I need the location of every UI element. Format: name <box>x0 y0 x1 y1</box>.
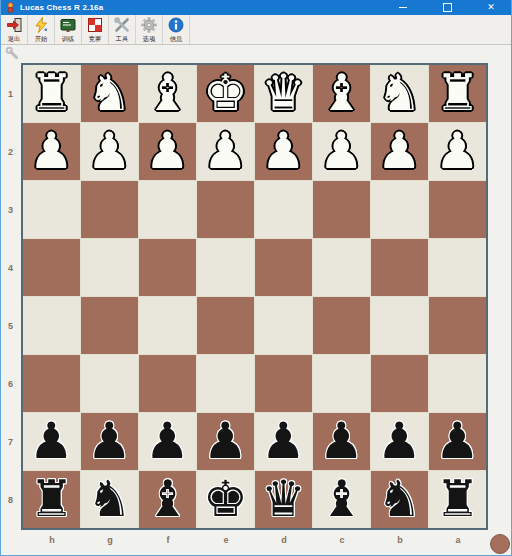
black-pawn-piece[interactable]: ♟ <box>435 413 480 470</box>
square-e8[interactable]: ♚ <box>197 471 254 528</box>
rank-label-2: 2 <box>1 123 20 181</box>
square-b2[interactable]: ♟ <box>371 123 428 180</box>
white-knight-piece[interactable]: ♞ <box>87 65 132 122</box>
square-f4[interactable] <box>139 239 196 296</box>
maximize-icon <box>443 3 452 12</box>
rank-label-3: 3 <box>1 181 20 239</box>
info-icon <box>168 17 184 33</box>
white-knight-piece[interactable]: ♞ <box>377 65 422 122</box>
square-h4[interactable] <box>23 239 80 296</box>
square-g7[interactable]: ♟ <box>81 413 138 470</box>
square-e5[interactable] <box>197 297 254 354</box>
toolbar-button-label: 竞赛 <box>89 35 102 44</box>
toolbar-button-7[interactable]: 信息 <box>163 15 190 44</box>
square-c7[interactable]: ♟ <box>313 413 370 470</box>
black-pawn-piece[interactable]: ♟ <box>319 413 364 470</box>
toolbar-button-3[interactable]: 训练 <box>55 15 82 44</box>
square-g5[interactable] <box>81 297 138 354</box>
square-g6[interactable] <box>81 355 138 412</box>
square-b1[interactable]: ♞ <box>371 65 428 122</box>
rank-label-6: 6 <box>1 355 20 413</box>
square-f5[interactable] <box>139 297 196 354</box>
minimize-button[interactable] <box>381 0 425 15</box>
turn-indicator-circle[interactable] <box>490 534 510 554</box>
main-toolbar: 退出开始训练竞赛工具选项信息 <box>1 15 512 45</box>
white-pawn-piece[interactable]: ♟ <box>203 123 248 180</box>
square-a2[interactable]: ♟ <box>429 123 486 180</box>
square-a8[interactable]: ♜ <box>429 471 486 528</box>
white-pawn-piece[interactable]: ♟ <box>377 123 422 180</box>
rank-label-7: 7 <box>1 413 20 471</box>
square-h1[interactable]: ♜ <box>23 65 80 122</box>
close-button[interactable]: ✕ <box>469 0 512 15</box>
file-label-d: d <box>255 532 313 548</box>
white-pawn-piece[interactable]: ♟ <box>145 123 190 180</box>
toolbar-button-4[interactable]: 竞赛 <box>82 15 109 44</box>
toolbar-button-label: 开始 <box>35 35 48 44</box>
toolbar-button-2[interactable]: 开始 <box>28 15 55 44</box>
square-f8[interactable]: ♝ <box>139 471 196 528</box>
white-bishop-piece[interactable]: ♝ <box>145 65 190 122</box>
white-king-piece[interactable]: ♚ <box>203 65 248 122</box>
minimize-icon <box>399 7 407 8</box>
rank-label-5: 5 <box>1 297 20 355</box>
square-e1[interactable]: ♚ <box>197 65 254 122</box>
exit-door-icon <box>6 17 22 33</box>
gear-icon <box>141 17 157 33</box>
file-label-h: h <box>23 532 81 548</box>
black-queen-piece[interactable]: ♛ <box>261 471 306 528</box>
competition-checker-icon <box>87 17 103 33</box>
start-flash-icon <box>33 17 49 33</box>
file-label-f: f <box>139 532 197 548</box>
white-rook-piece[interactable]: ♜ <box>435 65 480 122</box>
white-pawn-piece[interactable]: ♟ <box>29 123 74 180</box>
square-c1[interactable]: ♝ <box>313 65 370 122</box>
square-a4[interactable] <box>429 239 486 296</box>
square-a6[interactable] <box>429 355 486 412</box>
square-g2[interactable]: ♟ <box>81 123 138 180</box>
square-c2[interactable]: ♟ <box>313 123 370 180</box>
black-pawn-piece[interactable]: ♟ <box>377 413 422 470</box>
square-a1[interactable]: ♜ <box>429 65 486 122</box>
file-label-e: e <box>197 532 255 548</box>
toolbar-button-1[interactable]: 退出 <box>1 15 28 44</box>
lucas-chess-window: Lucas Chess R 2.16a ✕ 退出开始训练竞赛工具选项信息 ♜♞♝… <box>0 0 512 556</box>
toolbar-button-label: 退出 <box>8 35 21 44</box>
square-d8[interactable]: ♛ <box>255 471 312 528</box>
square-a3[interactable] <box>429 181 486 238</box>
black-pawn-piece[interactable]: ♟ <box>87 413 132 470</box>
square-e6[interactable] <box>197 355 254 412</box>
black-pawn-piece[interactable]: ♟ <box>145 413 190 470</box>
square-c6[interactable] <box>313 355 370 412</box>
square-f7[interactable]: ♟ <box>139 413 196 470</box>
file-label-b: b <box>371 532 429 548</box>
square-f2[interactable]: ♟ <box>139 123 196 180</box>
square-c4[interactable] <box>313 239 370 296</box>
rank-label-4: 4 <box>1 239 20 297</box>
toolbar-button-label: 选项 <box>143 35 156 44</box>
square-d7[interactable]: ♟ <box>255 413 312 470</box>
black-king-piece[interactable]: ♚ <box>203 471 248 528</box>
square-f3[interactable] <box>139 181 196 238</box>
black-pawn-piece[interactable]: ♟ <box>203 413 248 470</box>
square-b7[interactable]: ♟ <box>371 413 428 470</box>
white-queen-piece[interactable]: ♛ <box>261 65 306 122</box>
rank-label-8: 8 <box>1 471 20 529</box>
square-h5[interactable] <box>23 297 80 354</box>
square-h7[interactable]: ♟ <box>23 413 80 470</box>
file-label-c: c <box>313 532 371 548</box>
square-c8[interactable]: ♝ <box>313 471 370 528</box>
chess-board-frame: ♜♞♝♚♛♝♞♜♟♟♟♟♟♟♟♟♟♟♟♟♟♟♟♟♜♞♝♚♛♝♞♜ <box>21 63 488 530</box>
square-g4[interactable] <box>81 239 138 296</box>
white-pawn-piece[interactable]: ♟ <box>319 123 364 180</box>
square-d2[interactable]: ♟ <box>255 123 312 180</box>
square-d1[interactable]: ♛ <box>255 65 312 122</box>
square-e4[interactable] <box>197 239 254 296</box>
file-label-a: a <box>429 532 487 548</box>
square-e3[interactable] <box>197 181 254 238</box>
square-h2[interactable]: ♟ <box>23 123 80 180</box>
tools-crossed-icon <box>114 17 130 33</box>
square-g3[interactable] <box>81 181 138 238</box>
square-f6[interactable] <box>139 355 196 412</box>
window-controls: ✕ <box>381 0 512 15</box>
training-chalkboard-icon <box>60 17 76 33</box>
square-e2[interactable]: ♟ <box>197 123 254 180</box>
toolbar-button-5[interactable]: 工具 <box>109 15 136 44</box>
square-a5[interactable] <box>429 297 486 354</box>
square-d4[interactable] <box>255 239 312 296</box>
chess-board: ♜♞♝♚♛♝♞♜♟♟♟♟♟♟♟♟♟♟♟♟♟♟♟♟♜♞♝♚♛♝♞♜ <box>23 65 486 528</box>
white-pawn-piece[interactable]: ♟ <box>435 123 480 180</box>
black-knight-piece[interactable]: ♞ <box>377 471 422 528</box>
square-b8[interactable]: ♞ <box>371 471 428 528</box>
black-bishop-piece[interactable]: ♝ <box>319 471 364 528</box>
board-config-wrench-icon[interactable] <box>5 46 19 60</box>
white-pawn-piece[interactable]: ♟ <box>261 123 306 180</box>
square-d3[interactable] <box>255 181 312 238</box>
square-d6[interactable] <box>255 355 312 412</box>
file-label-g: g <box>81 532 139 548</box>
black-rook-piece[interactable]: ♜ <box>29 471 74 528</box>
square-c5[interactable] <box>313 297 370 354</box>
board-panel: ♜♞♝♚♛♝♞♜♟♟♟♟♟♟♟♟♟♟♟♟♟♟♟♟♜♞♝♚♛♝♞♜ 1234567… <box>1 45 512 556</box>
square-b4[interactable] <box>371 239 428 296</box>
square-h6[interactable] <box>23 355 80 412</box>
black-pawn-piece[interactable]: ♟ <box>261 413 306 470</box>
toolbar-button-label: 工具 <box>116 35 129 44</box>
black-pawn-piece[interactable]: ♟ <box>29 413 74 470</box>
rank-label-1: 1 <box>1 65 20 123</box>
square-g8[interactable]: ♞ <box>81 471 138 528</box>
black-rook-piece[interactable]: ♜ <box>435 471 480 528</box>
square-e7[interactable]: ♟ <box>197 413 254 470</box>
titlebar: Lucas Chess R 2.16a ✕ <box>1 0 512 15</box>
maximize-button[interactable] <box>425 0 469 15</box>
square-b3[interactable] <box>371 181 428 238</box>
square-g1[interactable]: ♞ <box>81 65 138 122</box>
black-bishop-piece[interactable]: ♝ <box>145 471 190 528</box>
white-rook-piece[interactable]: ♜ <box>29 65 74 122</box>
square-f1[interactable]: ♝ <box>139 65 196 122</box>
square-d5[interactable] <box>255 297 312 354</box>
white-bishop-piece[interactable]: ♝ <box>319 65 364 122</box>
square-b6[interactable] <box>371 355 428 412</box>
toolbar-button-label: 训练 <box>62 35 75 44</box>
square-a7[interactable]: ♟ <box>429 413 486 470</box>
square-h8[interactable]: ♜ <box>23 471 80 528</box>
square-b5[interactable] <box>371 297 428 354</box>
app-logo-icon <box>5 2 16 13</box>
square-h3[interactable] <box>23 181 80 238</box>
toolbar-button-label: 信息 <box>170 35 183 44</box>
window-title: Lucas Chess R 2.16a <box>20 3 103 12</box>
white-pawn-piece[interactable]: ♟ <box>87 123 132 180</box>
black-knight-piece[interactable]: ♞ <box>87 471 132 528</box>
toolbar-button-6[interactable]: 选项 <box>136 15 163 44</box>
square-c3[interactable] <box>313 181 370 238</box>
